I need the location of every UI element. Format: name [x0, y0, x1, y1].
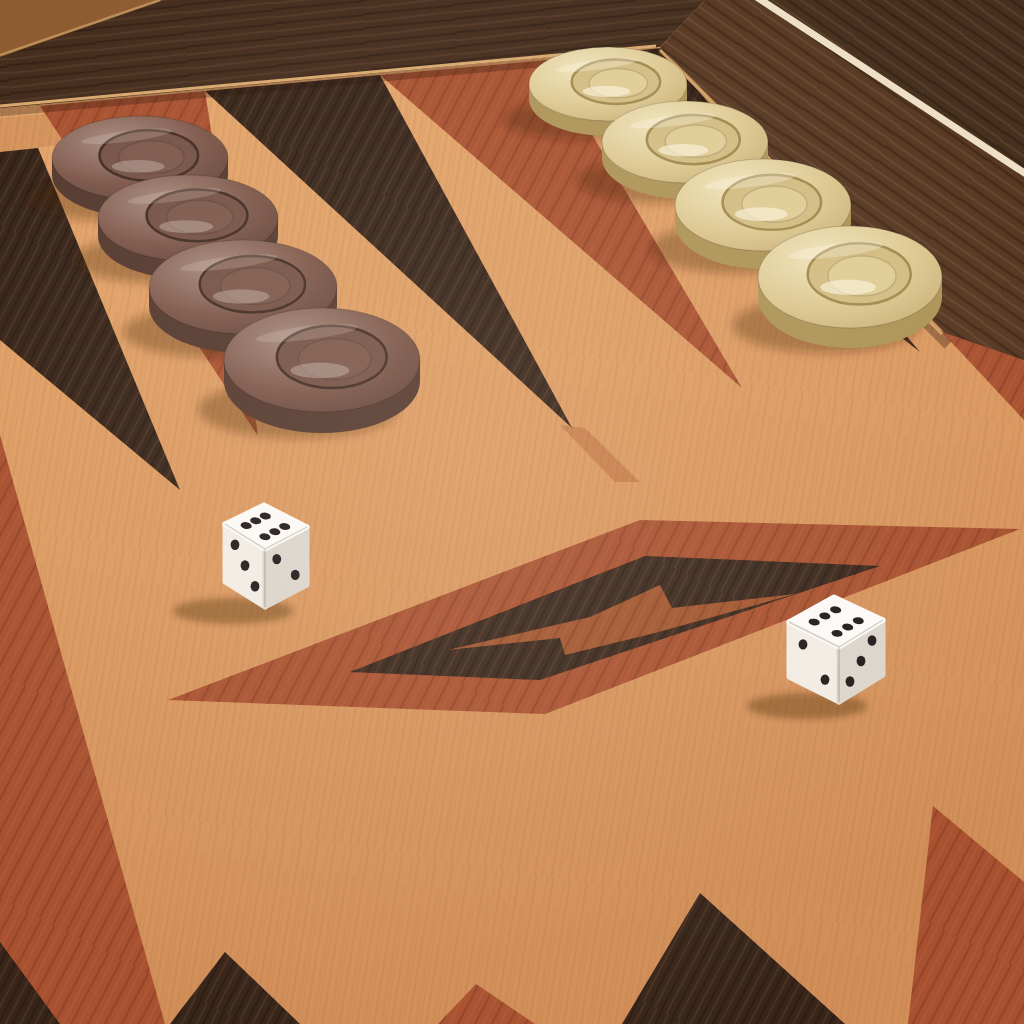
board-scene: [0, 0, 1024, 1024]
backgammon-board-photo: [0, 0, 1024, 1024]
light-wash: [0, 0, 1024, 1024]
